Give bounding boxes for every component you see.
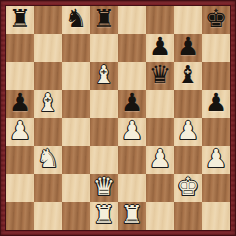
square-c2[interactable] <box>62 174 90 202</box>
piece-black-pawn-g7[interactable]: ♟ <box>177 33 199 61</box>
square-g6[interactable]: ♝ <box>174 62 202 90</box>
square-a7[interactable] <box>6 34 34 62</box>
square-a1[interactable] <box>6 202 34 230</box>
square-f2[interactable] <box>146 174 174 202</box>
square-a6[interactable] <box>6 62 34 90</box>
piece-black-king-h8[interactable]: ♚ <box>205 5 227 33</box>
piece-white-queen-d2[interactable]: ♛ <box>93 173 115 201</box>
piece-white-bishop-d6[interactable]: ♝ <box>93 61 115 89</box>
square-d3[interactable] <box>90 146 118 174</box>
piece-black-pawn-f7[interactable]: ♟ <box>149 33 171 61</box>
square-c8[interactable]: ♞ <box>62 6 90 34</box>
piece-black-pawn-a5[interactable]: ♟ <box>9 89 31 117</box>
piece-white-pawn-a4[interactable]: ♟ <box>9 117 31 145</box>
square-a2[interactable] <box>6 174 34 202</box>
square-e8[interactable] <box>118 6 146 34</box>
square-a5[interactable]: ♟ <box>6 90 34 118</box>
square-d8[interactable]: ♜ <box>90 6 118 34</box>
square-f6[interactable]: ♛ <box>146 62 174 90</box>
square-e4[interactable]: ♟ <box>118 118 146 146</box>
square-b6[interactable] <box>34 62 62 90</box>
square-e6[interactable] <box>118 62 146 90</box>
square-h5[interactable]: ♟ <box>202 90 230 118</box>
square-d4[interactable] <box>90 118 118 146</box>
square-f4[interactable] <box>146 118 174 146</box>
square-g5[interactable] <box>174 90 202 118</box>
square-b7[interactable] <box>34 34 62 62</box>
piece-white-rook-d1[interactable]: ♜ <box>93 201 115 229</box>
square-g4[interactable]: ♟ <box>174 118 202 146</box>
square-a4[interactable]: ♟ <box>6 118 34 146</box>
piece-white-pawn-h3[interactable]: ♟ <box>205 145 227 173</box>
square-f1[interactable] <box>146 202 174 230</box>
piece-black-pawn-e5[interactable]: ♟ <box>121 89 143 117</box>
chess-board: ♜♞♜♚♟♟♝♛♝♟♝♟♟♟♟♟♞♟♟♛♚♜♜ <box>6 6 230 230</box>
square-b8[interactable] <box>34 6 62 34</box>
square-h6[interactable] <box>202 62 230 90</box>
piece-black-queen-f6[interactable]: ♛ <box>149 61 171 89</box>
piece-white-king-g2[interactable]: ♚ <box>177 173 199 201</box>
square-h3[interactable]: ♟ <box>202 146 230 174</box>
square-g7[interactable]: ♟ <box>174 34 202 62</box>
square-h1[interactable] <box>202 202 230 230</box>
piece-white-pawn-e4[interactable]: ♟ <box>121 117 143 145</box>
square-b2[interactable] <box>34 174 62 202</box>
piece-black-rook-a8[interactable]: ♜ <box>9 5 31 33</box>
square-f7[interactable]: ♟ <box>146 34 174 62</box>
square-e7[interactable] <box>118 34 146 62</box>
square-a8[interactable]: ♜ <box>6 6 34 34</box>
piece-white-pawn-f3[interactable]: ♟ <box>149 145 171 173</box>
square-e1[interactable]: ♜ <box>118 202 146 230</box>
square-h7[interactable] <box>202 34 230 62</box>
piece-black-pawn-h5[interactable]: ♟ <box>205 89 227 117</box>
square-h8[interactable]: ♚ <box>202 6 230 34</box>
square-g8[interactable] <box>174 6 202 34</box>
square-f8[interactable] <box>146 6 174 34</box>
square-c4[interactable] <box>62 118 90 146</box>
square-d5[interactable] <box>90 90 118 118</box>
square-e5[interactable]: ♟ <box>118 90 146 118</box>
square-c6[interactable] <box>62 62 90 90</box>
square-g3[interactable] <box>174 146 202 174</box>
square-d2[interactable]: ♛ <box>90 174 118 202</box>
square-b3[interactable]: ♞ <box>34 146 62 174</box>
square-c5[interactable] <box>62 90 90 118</box>
square-h2[interactable] <box>202 174 230 202</box>
piece-white-rook-e1[interactable]: ♜ <box>121 201 143 229</box>
square-d1[interactable]: ♜ <box>90 202 118 230</box>
square-f5[interactable] <box>146 90 174 118</box>
piece-white-knight-b3[interactable]: ♞ <box>37 145 59 173</box>
square-f3[interactable]: ♟ <box>146 146 174 174</box>
square-g1[interactable] <box>174 202 202 230</box>
square-c7[interactable] <box>62 34 90 62</box>
square-b4[interactable] <box>34 118 62 146</box>
square-g2[interactable]: ♚ <box>174 174 202 202</box>
piece-black-bishop-g6[interactable]: ♝ <box>177 61 199 89</box>
piece-black-rook-d8[interactable]: ♜ <box>93 5 115 33</box>
square-b5[interactable]: ♝ <box>34 90 62 118</box>
chess-board-frame: ♜♞♜♚♟♟♝♛♝♟♝♟♟♟♟♟♞♟♟♛♚♜♜ <box>0 0 236 236</box>
square-h4[interactable] <box>202 118 230 146</box>
square-d7[interactable] <box>90 34 118 62</box>
square-e2[interactable] <box>118 174 146 202</box>
piece-white-bishop-b5[interactable]: ♝ <box>37 89 59 117</box>
square-d6[interactable]: ♝ <box>90 62 118 90</box>
square-b1[interactable] <box>34 202 62 230</box>
square-c1[interactable] <box>62 202 90 230</box>
piece-white-pawn-g4[interactable]: ♟ <box>177 117 199 145</box>
square-c3[interactable] <box>62 146 90 174</box>
piece-black-knight-c8[interactable]: ♞ <box>65 5 87 33</box>
square-a3[interactable] <box>6 146 34 174</box>
square-e3[interactable] <box>118 146 146 174</box>
